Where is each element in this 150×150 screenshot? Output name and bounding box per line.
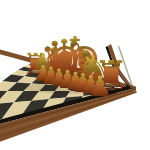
piece-white-pawn-h2: ♟ bbox=[86, 73, 114, 101]
piece-army: ♜♞♝♛♚♝♞♜♟♟♟♟♟♟♟♟ bbox=[0, 0, 150, 150]
chessboard-photo: ♜♞♝♛♚♝♞♜♟♟♟♟♟♟♟♟ bbox=[0, 0, 150, 150]
